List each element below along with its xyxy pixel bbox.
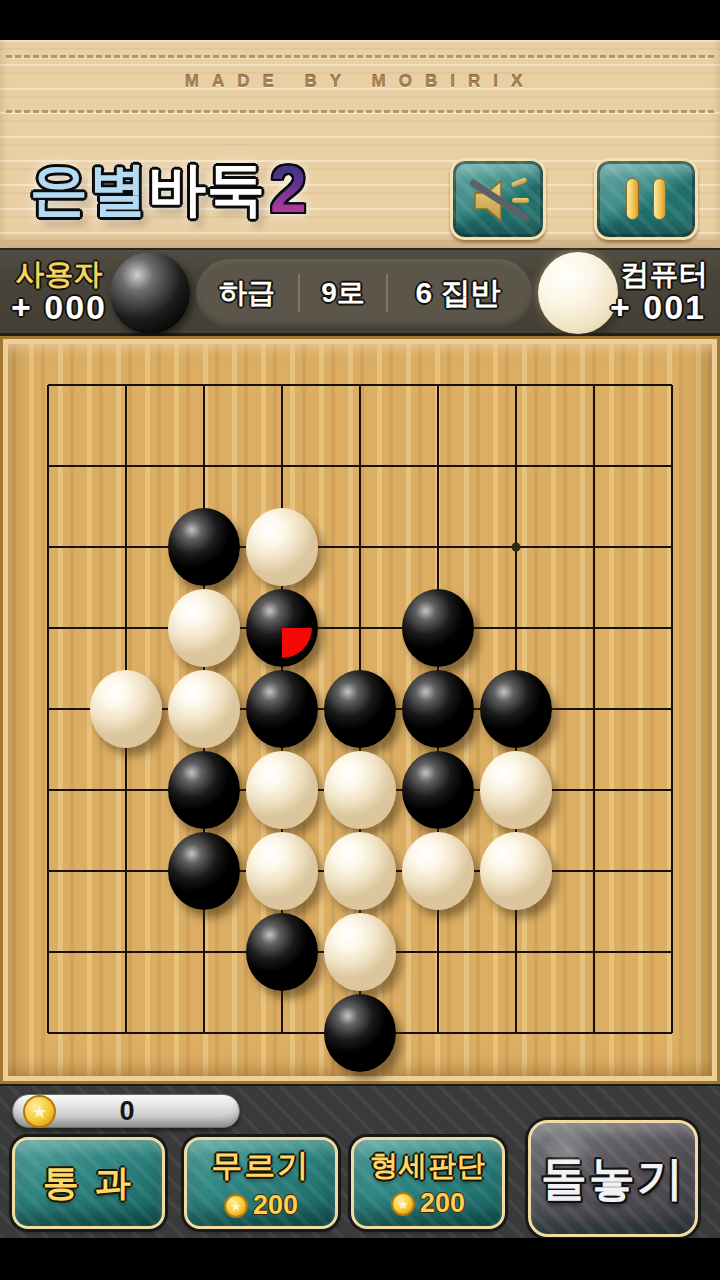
- coin-icon: ★: [224, 1194, 248, 1218]
- black-stone: [480, 670, 552, 748]
- intersection-6-1[interactable]: [399, 344, 477, 425]
- match-info-bar: 사용자 + 000 하급 9로 6 집반 컴퓨터 + 001: [0, 248, 720, 336]
- intersection-1-5[interactable]: [9, 668, 87, 749]
- intersection-4-2[interactable]: [243, 425, 321, 506]
- intersection-3-1[interactable]: [165, 344, 243, 425]
- intersection-6-5[interactable]: [399, 668, 477, 749]
- pass-button[interactable]: 통 과: [12, 1137, 165, 1229]
- white-stone: [480, 751, 552, 829]
- intersection-3-6[interactable]: [165, 749, 243, 830]
- game-title: 은별바둑2: [30, 148, 308, 229]
- white-stone: [324, 751, 396, 829]
- intersection-4-4[interactable]: [243, 587, 321, 668]
- white-stone: [480, 832, 552, 910]
- black-stone: [402, 589, 474, 667]
- coin-balance-bar: ★ 0: [12, 1094, 240, 1128]
- intersection-1-4[interactable]: [9, 587, 87, 668]
- goban-area: [0, 336, 720, 1084]
- black-stone: [324, 994, 396, 1072]
- intersection-3-9[interactable]: [165, 992, 243, 1073]
- coin-count: 0: [91, 1096, 163, 1127]
- intersection-2-3[interactable]: [87, 506, 165, 587]
- intersection-5-3[interactable]: [321, 506, 399, 587]
- intersection-3-8[interactable]: [165, 911, 243, 992]
- title-part-baduk: 바둑: [148, 156, 266, 221]
- intersection-8-4[interactable]: [555, 587, 633, 668]
- intersection-7-3[interactable]: [477, 506, 555, 587]
- territory-judge-button[interactable]: 형세판단 ★ 200: [351, 1137, 505, 1229]
- place-stone-button[interactable]: 돌놓기: [528, 1120, 698, 1237]
- intersection-9-7[interactable]: [633, 830, 711, 911]
- black-stone: [402, 670, 474, 748]
- intersection-4-5[interactable]: [243, 668, 321, 749]
- stitch-line-top: [6, 55, 714, 58]
- intersection-1-2[interactable]: [9, 425, 87, 506]
- black-stone: [402, 751, 474, 829]
- difficulty-level: 하급: [196, 274, 298, 312]
- user-black-stone-icon: [110, 252, 190, 334]
- white-stone: [246, 751, 318, 829]
- judge-cost: ★ 200: [391, 1188, 465, 1219]
- status-bar-bottom: [0, 1238, 720, 1280]
- intersection-7-5[interactable]: [477, 668, 555, 749]
- white-stone: [324, 913, 396, 991]
- intersection-5-1[interactable]: [321, 344, 399, 425]
- intersection-8-8[interactable]: [555, 911, 633, 992]
- white-stone: [168, 670, 240, 748]
- intersection-1-9[interactable]: [9, 992, 87, 1073]
- intersection-2-2[interactable]: [87, 425, 165, 506]
- intersection-5-7[interactable]: [321, 830, 399, 911]
- intersection-6-2[interactable]: [399, 425, 477, 506]
- intersection-8-7[interactable]: [555, 830, 633, 911]
- intersection-6-3[interactable]: [399, 506, 477, 587]
- intersection-8-1[interactable]: [555, 344, 633, 425]
- intersection-2-7[interactable]: [87, 830, 165, 911]
- app-screen: MADE BY MOBIRIX 은별바둑2: [0, 0, 720, 1280]
- stitch-line-bottom: [6, 110, 714, 113]
- go-board: [9, 344, 711, 1073]
- wood-header: MADE BY MOBIRIX 은별바둑2: [0, 40, 720, 248]
- intersection-4-8[interactable]: [243, 911, 321, 992]
- action-bar: ★ 0 통 과 무르기 ★ 200 형세판단 ★ 200 돌놓기: [0, 1084, 720, 1238]
- white-stone: [246, 832, 318, 910]
- white-stone: [324, 832, 396, 910]
- coin-icon: ★: [391, 1192, 415, 1216]
- intersection-9-1[interactable]: [633, 344, 711, 425]
- intersection-4-3[interactable]: [243, 506, 321, 587]
- undo-cost: ★ 200: [224, 1190, 298, 1221]
- match-settings-panel: 하급 9로 6 집반: [196, 259, 532, 327]
- intersection-8-3[interactable]: [555, 506, 633, 587]
- intersection-5-9[interactable]: [321, 992, 399, 1073]
- black-stone: [168, 832, 240, 910]
- intersection-7-6[interactable]: [477, 749, 555, 830]
- black-stone: [246, 670, 318, 748]
- white-stone: [168, 589, 240, 667]
- intersection-8-6[interactable]: [555, 749, 633, 830]
- intersection-4-1[interactable]: [243, 344, 321, 425]
- intersection-7-1[interactable]: [477, 344, 555, 425]
- intersection-3-2[interactable]: [165, 425, 243, 506]
- intersection-2-1[interactable]: [87, 344, 165, 425]
- sound-toggle-button[interactable]: [450, 158, 546, 240]
- intersection-5-8[interactable]: [321, 911, 399, 992]
- intersection-3-4[interactable]: [165, 587, 243, 668]
- title-part-2: 2: [270, 151, 308, 227]
- intersection-2-4[interactable]: [87, 587, 165, 668]
- komi-label: 6 집반: [388, 273, 528, 314]
- intersection-5-4[interactable]: [321, 587, 399, 668]
- undo-button[interactable]: 무르기 ★ 200: [184, 1137, 338, 1229]
- intersection-3-3[interactable]: [165, 506, 243, 587]
- intersection-7-2[interactable]: [477, 425, 555, 506]
- intersection-1-3[interactable]: [9, 506, 87, 587]
- white-stone: [90, 670, 162, 748]
- intersection-5-2[interactable]: [321, 425, 399, 506]
- intersection-6-7[interactable]: [399, 830, 477, 911]
- intersection-1-7[interactable]: [9, 830, 87, 911]
- computer-score: + 001: [598, 288, 718, 327]
- title-part-eunbyul: 은별: [30, 156, 148, 221]
- board-size-label: 9로: [298, 274, 388, 312]
- intersection-4-6[interactable]: [243, 749, 321, 830]
- intersection-1-8[interactable]: [9, 911, 87, 992]
- intersection-5-5[interactable]: [321, 668, 399, 749]
- muted-speaker-icon: [467, 173, 533, 229]
- intersection-9-4[interactable]: [633, 587, 711, 668]
- intersection-9-6[interactable]: [633, 749, 711, 830]
- intersection-8-2[interactable]: [555, 425, 633, 506]
- intersection-9-2[interactable]: [633, 425, 711, 506]
- intersection-8-9[interactable]: [555, 992, 633, 1073]
- white-stone: [402, 832, 474, 910]
- intersection-1-6[interactable]: [9, 749, 87, 830]
- intersection-2-5[interactable]: [87, 668, 165, 749]
- status-bar-top: [0, 0, 720, 40]
- intersection-6-8[interactable]: [399, 911, 477, 992]
- star-point: [512, 542, 521, 551]
- black-stone: [246, 913, 318, 991]
- intersection-6-6[interactable]: [399, 749, 477, 830]
- intersection-1-1[interactable]: [9, 344, 87, 425]
- white-stone: [246, 508, 318, 586]
- intersection-4-9[interactable]: [243, 992, 321, 1073]
- intersection-7-7[interactable]: [477, 830, 555, 911]
- intersection-6-9[interactable]: [399, 992, 477, 1073]
- intersection-7-9[interactable]: [477, 992, 555, 1073]
- intersection-9-5[interactable]: [633, 668, 711, 749]
- intersection-7-4[interactable]: [477, 587, 555, 668]
- black-stone: [168, 508, 240, 586]
- pause-icon: [597, 161, 695, 237]
- intersection-3-5[interactable]: [165, 668, 243, 749]
- made-by-text: MADE BY MOBIRIX: [0, 72, 720, 92]
- black-stone: [168, 751, 240, 829]
- intersection-4-7[interactable]: [243, 830, 321, 911]
- intersection-5-6[interactable]: [321, 749, 399, 830]
- intersection-9-9[interactable]: [633, 992, 711, 1073]
- user-score: + 000: [0, 288, 118, 327]
- intersection-8-5[interactable]: [555, 668, 633, 749]
- intersection-2-9[interactable]: [87, 992, 165, 1073]
- intersection-3-7[interactable]: [165, 830, 243, 911]
- intersection-7-8[interactable]: [477, 911, 555, 992]
- coin-icon: ★: [23, 1095, 56, 1128]
- intersection-9-3[interactable]: [633, 506, 711, 587]
- intersection-9-8[interactable]: [633, 911, 711, 992]
- pause-button[interactable]: [594, 158, 698, 240]
- black-stone: [324, 670, 396, 748]
- intersection-6-4[interactable]: [399, 587, 477, 668]
- intersection-2-8[interactable]: [87, 911, 165, 992]
- intersection-2-6[interactable]: [87, 749, 165, 830]
